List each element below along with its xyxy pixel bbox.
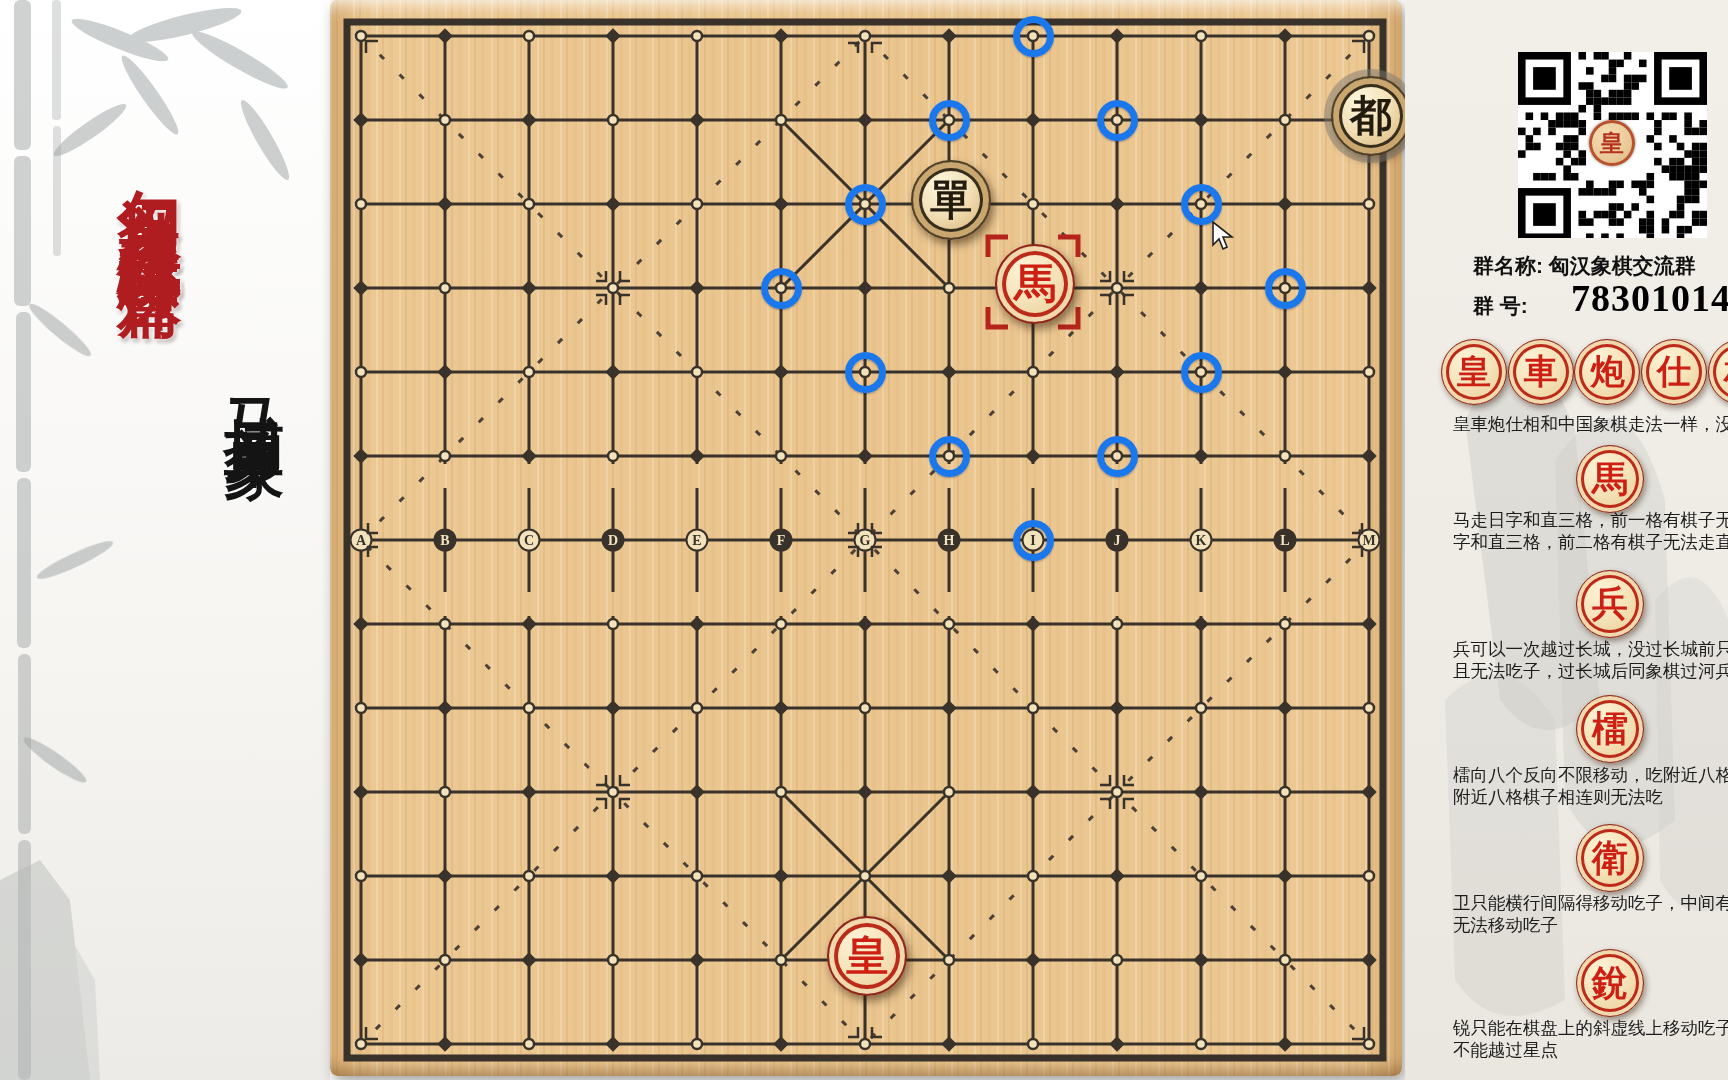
rule-text-line: 皇車炮仕相和中国象棋走法一样，没有 [1453, 413, 1728, 435]
rule-text-line: 附近八格棋子相连则无法吃 [1453, 786, 1663, 808]
move-target-I1[interactable] [1013, 16, 1054, 57]
legend-piece-相: 相 [1708, 339, 1728, 405]
move-target-J2[interactable] [1097, 100, 1138, 141]
puzzle-subtitle: 马捕单象 [212, 352, 296, 408]
page-title: 匈汉象棋残棋特殊篇 [104, 138, 194, 237]
move-target-K5[interactable] [1181, 352, 1222, 393]
rule-piece-衛: 衛 [1576, 824, 1644, 892]
move-target-G5[interactable] [845, 352, 886, 393]
left-art-panel: 匈汉象棋残棋特殊篇 马捕单象 [0, 0, 330, 1080]
rule-text-line: 马走日字和直三格，前一格有棋子无法 [1453, 509, 1728, 531]
game-board[interactable] [330, 0, 1402, 1076]
move-target-G3[interactable] [845, 184, 886, 225]
piece-馬-I4[interactable]: 馬 [995, 244, 1075, 324]
qr-center-seal: 皇 [1589, 120, 1635, 166]
info-panel: 皇 群名称: 匈汉象棋交流群 群 号: 783010141 皇車炮仕相 皇車炮仕… [1405, 0, 1728, 1080]
rule-text-line: 卫只能横行间隔得移动吃子，中间有棋 [1453, 892, 1728, 914]
legend-piece-仕: 仕 [1641, 339, 1707, 405]
piece-都-M2[interactable]: 都 [1331, 76, 1411, 156]
move-target-K3[interactable] [1181, 184, 1222, 225]
move-target-L4[interactable] [1265, 268, 1306, 309]
legend-piece-車: 車 [1508, 339, 1574, 405]
legend-piece-皇: 皇 [1441, 339, 1507, 405]
group-number-label: 群 号: [1473, 292, 1528, 320]
rule-piece-銳: 銳 [1576, 949, 1644, 1017]
rule-text-line: 兵可以一次越过长城，没过长城前只能 [1453, 638, 1728, 660]
rule-text-line: 锐只能在棋盘上的斜虚线上移动吃子， [1453, 1017, 1728, 1039]
move-target-J6[interactable] [1097, 436, 1138, 477]
qr-code: 皇 [1518, 52, 1707, 238]
move-target-H6[interactable] [929, 436, 970, 477]
rule-text-line: 不能越过星点 [1453, 1039, 1558, 1061]
rule-text-line: 檑向八个反向不限移动，吃附近八格的 [1453, 764, 1728, 786]
piece-單-H3[interactable]: 單 [911, 160, 991, 240]
rule-piece-馬: 馬 [1576, 445, 1644, 513]
move-target-I7[interactable] [1013, 520, 1054, 561]
group-number: 783010141 [1571, 276, 1728, 320]
rule-piece-兵: 兵 [1576, 570, 1644, 638]
piece-皇-G12[interactable]: 皇 [827, 916, 907, 996]
rule-text-line: 字和直三格，前二格有棋子无法走直三 [1453, 531, 1728, 553]
legend-piece-炮: 炮 [1574, 339, 1640, 405]
rule-text-line: 无法移动吃子 [1453, 914, 1558, 936]
move-target-F4[interactable] [761, 268, 802, 309]
rule-text-line: 且无法吃子，过长城后同象棋过河兵 [1453, 660, 1728, 682]
move-target-H2[interactable] [929, 100, 970, 141]
rule-piece-檑: 檑 [1576, 695, 1644, 763]
